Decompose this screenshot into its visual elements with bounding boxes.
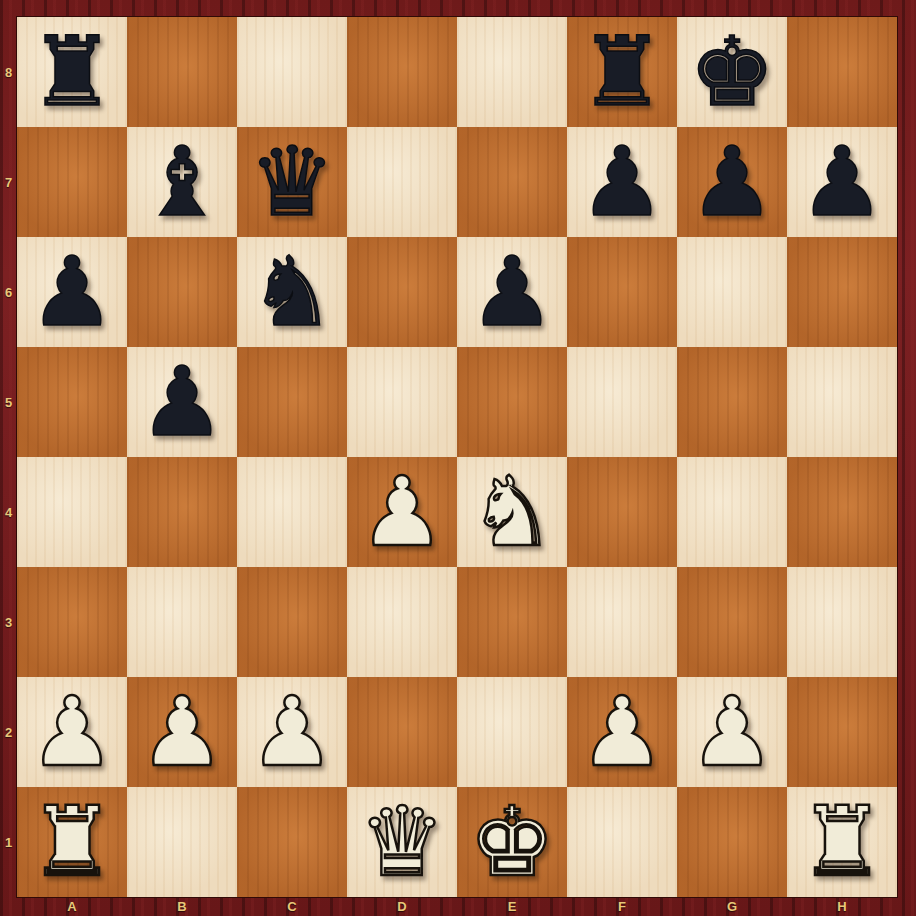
square-c4[interactable] bbox=[237, 457, 347, 567]
rank-label-3: 3 bbox=[0, 567, 17, 677]
piece-white-pawn[interactable]: ♟ bbox=[249, 677, 335, 787]
piece-white-pawn[interactable]: ♟ bbox=[359, 457, 445, 567]
file-label-a: A bbox=[17, 897, 127, 916]
file-labels: ABCDEFGH bbox=[17, 897, 897, 916]
square-g8[interactable]: ♚ bbox=[677, 17, 787, 127]
square-f6[interactable] bbox=[567, 237, 677, 347]
square-h6[interactable] bbox=[787, 237, 897, 347]
rank-label-4: 4 bbox=[0, 457, 17, 567]
square-a3[interactable] bbox=[17, 567, 127, 677]
piece-black-king[interactable]: ♚ bbox=[689, 17, 775, 127]
piece-black-pawn[interactable]: ♟ bbox=[579, 127, 665, 237]
square-g2[interactable]: ♟ bbox=[677, 677, 787, 787]
square-f7[interactable]: ♟ bbox=[567, 127, 677, 237]
square-e1[interactable]: ♚ bbox=[457, 787, 567, 897]
square-g3[interactable] bbox=[677, 567, 787, 677]
file-label-d: D bbox=[347, 897, 457, 916]
square-b1[interactable] bbox=[127, 787, 237, 897]
square-f3[interactable] bbox=[567, 567, 677, 677]
piece-black-knight[interactable]: ♞ bbox=[249, 237, 335, 347]
piece-black-rook[interactable]: ♜ bbox=[29, 17, 115, 127]
square-f2[interactable]: ♟ bbox=[567, 677, 677, 787]
piece-white-queen[interactable]: ♛ bbox=[359, 787, 445, 897]
square-a2[interactable]: ♟ bbox=[17, 677, 127, 787]
square-h7[interactable]: ♟ bbox=[787, 127, 897, 237]
piece-white-pawn[interactable]: ♟ bbox=[139, 677, 225, 787]
square-e4[interactable]: ♞ bbox=[457, 457, 567, 567]
square-h4[interactable] bbox=[787, 457, 897, 567]
file-label-e: E bbox=[457, 897, 567, 916]
square-h5[interactable] bbox=[787, 347, 897, 457]
square-b7[interactable]: ♝ bbox=[127, 127, 237, 237]
square-c2[interactable]: ♟ bbox=[237, 677, 347, 787]
square-f4[interactable] bbox=[567, 457, 677, 567]
file-label-b: B bbox=[127, 897, 237, 916]
square-d2[interactable] bbox=[347, 677, 457, 787]
square-d4[interactable]: ♟ bbox=[347, 457, 457, 567]
piece-white-pawn[interactable]: ♟ bbox=[689, 677, 775, 787]
square-e3[interactable] bbox=[457, 567, 567, 677]
square-e8[interactable] bbox=[457, 17, 567, 127]
piece-white-rook[interactable]: ♜ bbox=[799, 787, 885, 897]
file-label-g: G bbox=[677, 897, 787, 916]
piece-white-pawn[interactable]: ♟ bbox=[579, 677, 665, 787]
square-d3[interactable] bbox=[347, 567, 457, 677]
rank-label-8: 8 bbox=[0, 17, 17, 127]
piece-black-rook[interactable]: ♜ bbox=[579, 17, 665, 127]
chess-board: ♜♜♚♝♛♟♟♟♟♞♟♟♟♞♟♟♟♟♟♜♛♚♜ bbox=[17, 17, 897, 897]
file-label-f: F bbox=[567, 897, 677, 916]
file-label-h: H bbox=[787, 897, 897, 916]
piece-black-pawn[interactable]: ♟ bbox=[139, 347, 225, 457]
square-c1[interactable] bbox=[237, 787, 347, 897]
square-e7[interactable] bbox=[457, 127, 567, 237]
piece-black-bishop[interactable]: ♝ bbox=[139, 127, 225, 237]
file-label-c: C bbox=[237, 897, 347, 916]
square-d8[interactable] bbox=[347, 17, 457, 127]
square-b8[interactable] bbox=[127, 17, 237, 127]
square-b2[interactable]: ♟ bbox=[127, 677, 237, 787]
square-b5[interactable]: ♟ bbox=[127, 347, 237, 457]
square-h3[interactable] bbox=[787, 567, 897, 677]
square-g4[interactable] bbox=[677, 457, 787, 567]
piece-black-pawn[interactable]: ♟ bbox=[689, 127, 775, 237]
square-a7[interactable] bbox=[17, 127, 127, 237]
square-a8[interactable]: ♜ bbox=[17, 17, 127, 127]
square-a1[interactable]: ♜ bbox=[17, 787, 127, 897]
square-d5[interactable] bbox=[347, 347, 457, 457]
chess-board-window: 87654321 ♜♜♚♝♛♟♟♟♟♞♟♟♟♞♟♟♟♟♟♜♛♚♜ ABCDEFG… bbox=[0, 0, 916, 916]
square-d6[interactable] bbox=[347, 237, 457, 347]
square-d1[interactable]: ♛ bbox=[347, 787, 457, 897]
square-b6[interactable] bbox=[127, 237, 237, 347]
rank-label-5: 5 bbox=[0, 347, 17, 457]
square-g6[interactable] bbox=[677, 237, 787, 347]
square-c5[interactable] bbox=[237, 347, 347, 457]
piece-black-queen[interactable]: ♛ bbox=[249, 127, 335, 237]
square-e2[interactable] bbox=[457, 677, 567, 787]
square-g1[interactable] bbox=[677, 787, 787, 897]
piece-white-pawn[interactable]: ♟ bbox=[29, 677, 115, 787]
square-c3[interactable] bbox=[237, 567, 347, 677]
piece-white-king[interactable]: ♚ bbox=[469, 787, 555, 897]
square-h1[interactable]: ♜ bbox=[787, 787, 897, 897]
square-a4[interactable] bbox=[17, 457, 127, 567]
square-e5[interactable] bbox=[457, 347, 567, 457]
square-c8[interactable] bbox=[237, 17, 347, 127]
piece-black-pawn[interactable]: ♟ bbox=[799, 127, 885, 237]
square-g5[interactable] bbox=[677, 347, 787, 457]
square-f5[interactable] bbox=[567, 347, 677, 457]
rank-label-7: 7 bbox=[0, 127, 17, 237]
piece-white-knight[interactable]: ♞ bbox=[469, 457, 555, 567]
square-h2[interactable] bbox=[787, 677, 897, 787]
piece-black-pawn[interactable]: ♟ bbox=[469, 237, 555, 347]
rank-label-2: 2 bbox=[0, 677, 17, 787]
square-a6[interactable]: ♟ bbox=[17, 237, 127, 347]
rank-label-1: 1 bbox=[0, 787, 17, 897]
square-a5[interactable] bbox=[17, 347, 127, 457]
rank-label-6: 6 bbox=[0, 237, 17, 347]
rank-labels: 87654321 bbox=[0, 17, 17, 897]
square-c6[interactable]: ♞ bbox=[237, 237, 347, 347]
square-f8[interactable]: ♜ bbox=[567, 17, 677, 127]
square-b3[interactable] bbox=[127, 567, 237, 677]
square-f1[interactable] bbox=[567, 787, 677, 897]
piece-white-rook[interactable]: ♜ bbox=[29, 787, 115, 897]
square-d7[interactable] bbox=[347, 127, 457, 237]
square-c7[interactable]: ♛ bbox=[237, 127, 347, 237]
square-g7[interactable]: ♟ bbox=[677, 127, 787, 237]
square-b4[interactable] bbox=[127, 457, 237, 567]
square-h8[interactable] bbox=[787, 17, 897, 127]
piece-black-pawn[interactable]: ♟ bbox=[29, 237, 115, 347]
square-e6[interactable]: ♟ bbox=[457, 237, 567, 347]
